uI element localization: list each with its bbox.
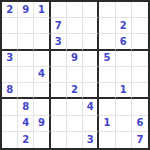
cell-r4c9[interactable] xyxy=(132,51,148,67)
cell-r3c6[interactable] xyxy=(83,34,99,50)
cell-r8c3[interactable]: 9 xyxy=(34,116,50,132)
digit: 7 xyxy=(136,135,143,145)
cell-r3c5[interactable] xyxy=(67,34,83,50)
cell-r3c9[interactable] xyxy=(132,34,148,50)
cell-r3c2[interactable] xyxy=(18,34,34,50)
cell-r6c8[interactable]: 1 xyxy=(116,83,132,99)
cell-r6c6[interactable] xyxy=(83,83,99,99)
cell-r4c2[interactable] xyxy=(18,51,34,67)
digit: 1 xyxy=(120,85,127,95)
digit: 4 xyxy=(87,102,94,112)
cell-r7c6[interactable]: 4 xyxy=(83,99,99,115)
digit: 4 xyxy=(38,69,45,79)
cell-r3c7[interactable] xyxy=(99,34,115,50)
cell-r5c7[interactable] xyxy=(99,67,115,83)
cell-r8c5[interactable] xyxy=(67,116,83,132)
cell-r8c7[interactable]: 1 xyxy=(99,116,115,132)
digit: 3 xyxy=(6,53,13,63)
digit: 2 xyxy=(71,85,78,95)
cell-r9c4[interactable] xyxy=(51,132,67,148)
cell-r2c4[interactable]: 7 xyxy=(51,18,67,34)
digit: 8 xyxy=(6,85,13,95)
cell-r1c8[interactable] xyxy=(116,2,132,18)
digit: 2 xyxy=(120,21,127,31)
cell-r4c3[interactable] xyxy=(34,51,50,67)
cell-r2c2[interactable] xyxy=(18,18,34,34)
cell-r8c2[interactable]: 4 xyxy=(18,116,34,132)
cell-r9c2[interactable]: 2 xyxy=(18,132,34,148)
cell-r8c6[interactable] xyxy=(83,116,99,132)
cell-r2c5[interactable] xyxy=(67,18,83,34)
cell-r2c7[interactable] xyxy=(99,18,115,34)
cell-r9c9[interactable]: 7 xyxy=(132,132,148,148)
cell-r2c3[interactable] xyxy=(34,18,50,34)
cell-r9c1[interactable] xyxy=(2,132,18,148)
cell-r8c4[interactable] xyxy=(51,116,67,132)
digit: 9 xyxy=(71,53,78,63)
cell-r8c9[interactable]: 6 xyxy=(132,116,148,132)
cell-r7c4[interactable] xyxy=(51,99,67,115)
cell-r1c4[interactable] xyxy=(51,2,67,18)
digit: 9 xyxy=(38,118,45,128)
cell-r7c8[interactable] xyxy=(116,99,132,115)
digit: 9 xyxy=(22,5,29,15)
cell-r7c9[interactable] xyxy=(132,99,148,115)
cell-r1c1[interactable]: 2 xyxy=(2,2,18,18)
cell-r4c1[interactable]: 3 xyxy=(2,51,18,67)
cell-r5c3[interactable]: 4 xyxy=(34,67,50,83)
cell-r5c5[interactable] xyxy=(67,67,83,83)
cell-r1c5[interactable] xyxy=(67,2,83,18)
cell-r4c6[interactable] xyxy=(83,51,99,67)
cell-r2c9[interactable] xyxy=(132,18,148,34)
cell-r5c2[interactable] xyxy=(18,67,34,83)
cell-r1c2[interactable]: 9 xyxy=(18,2,34,18)
digit: 2 xyxy=(22,135,29,145)
digit: 5 xyxy=(103,53,110,63)
cell-r2c1[interactable] xyxy=(2,18,18,34)
digit: 3 xyxy=(87,135,94,145)
digit: 4 xyxy=(22,118,29,128)
cell-r7c3[interactable] xyxy=(34,99,50,115)
cell-r6c7[interactable] xyxy=(99,83,115,99)
cell-r4c8[interactable] xyxy=(116,51,132,67)
cell-r7c7[interactable] xyxy=(99,99,115,115)
cell-r4c5[interactable]: 9 xyxy=(67,51,83,67)
cell-r9c7[interactable] xyxy=(99,132,115,148)
cell-r6c5[interactable]: 2 xyxy=(67,83,83,99)
sudoku-board: 29172363954821844916237 xyxy=(0,0,150,150)
digit: 1 xyxy=(38,5,45,15)
cell-r8c8[interactable] xyxy=(116,116,132,132)
cell-r6c1[interactable]: 8 xyxy=(2,83,18,99)
cell-r7c2[interactable]: 8 xyxy=(18,99,34,115)
cell-r7c1[interactable] xyxy=(2,99,18,115)
cell-r3c3[interactable] xyxy=(34,34,50,50)
cell-r6c3[interactable] xyxy=(34,83,50,99)
cell-r3c1[interactable] xyxy=(2,34,18,50)
cell-r4c4[interactable] xyxy=(51,51,67,67)
cell-r9c8[interactable] xyxy=(116,132,132,148)
cell-r1c7[interactable] xyxy=(99,2,115,18)
cell-r9c5[interactable] xyxy=(67,132,83,148)
cell-r1c3[interactable]: 1 xyxy=(34,2,50,18)
cell-r9c3[interactable] xyxy=(34,132,50,148)
cell-r6c4[interactable] xyxy=(51,83,67,99)
cell-r5c9[interactable] xyxy=(132,67,148,83)
cell-r2c6[interactable] xyxy=(83,18,99,34)
cell-r5c6[interactable] xyxy=(83,67,99,83)
cell-r7c5[interactable] xyxy=(67,99,83,115)
digit: 3 xyxy=(55,37,62,47)
cell-r4c7[interactable]: 5 xyxy=(99,51,115,67)
cell-r3c8[interactable]: 6 xyxy=(116,34,132,50)
digit: 2 xyxy=(6,5,13,15)
cell-r6c2[interactable] xyxy=(18,83,34,99)
cell-r9c6[interactable]: 3 xyxy=(83,132,99,148)
cell-r2c8[interactable]: 2 xyxy=(116,18,132,34)
cell-r1c6[interactable] xyxy=(83,2,99,18)
digit: 7 xyxy=(55,21,62,31)
cell-r3c4[interactable]: 3 xyxy=(51,34,67,50)
digit: 1 xyxy=(103,118,110,128)
cell-r8c1[interactable] xyxy=(2,116,18,132)
digit: 6 xyxy=(136,118,143,128)
cell-r1c9[interactable] xyxy=(132,2,148,18)
cell-r6c9[interactable] xyxy=(132,83,148,99)
cell-r5c8[interactable] xyxy=(116,67,132,83)
cell-r5c4[interactable] xyxy=(51,67,67,83)
digit: 6 xyxy=(120,37,127,47)
cell-r5c1[interactable] xyxy=(2,67,18,83)
digit: 8 xyxy=(22,102,29,112)
